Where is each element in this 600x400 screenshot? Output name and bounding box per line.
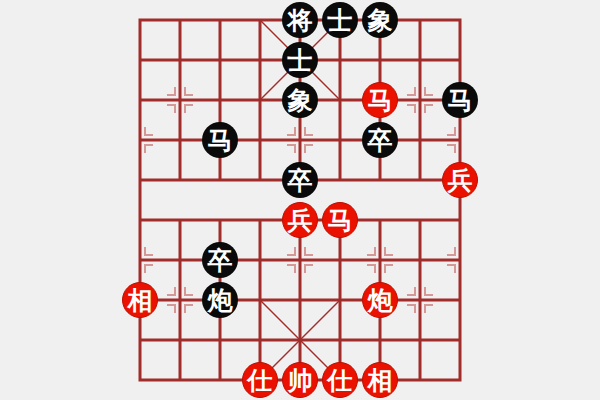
xiangqi-board: 将士象士象马马马卒卒兵兵马卒相炮炮仕帅仕相 <box>0 0 600 400</box>
piece-black-pawn[interactable]: 卒 <box>202 242 238 278</box>
piece-black-advisor[interactable]: 士 <box>322 2 358 38</box>
piece-red-horse[interactable]: 马 <box>322 202 358 238</box>
piece-red-pawn[interactable]: 兵 <box>282 202 318 238</box>
piece-black-horse[interactable]: 马 <box>442 82 478 118</box>
piece-grid: 将士象士象马马马卒卒兵兵马卒相炮炮仕帅仕相 <box>120 0 480 400</box>
piece-black-horse[interactable]: 马 <box>202 122 238 158</box>
piece-black-pawn[interactable]: 卒 <box>282 162 318 198</box>
piece-black-advisor[interactable]: 士 <box>282 42 318 78</box>
piece-black-general[interactable]: 将 <box>282 2 318 38</box>
piece-red-elephant[interactable]: 相 <box>362 362 398 398</box>
piece-black-cannon[interactable]: 炮 <box>202 282 238 318</box>
piece-red-cannon[interactable]: 炮 <box>362 282 398 318</box>
piece-red-pawn[interactable]: 兵 <box>442 162 478 198</box>
piece-red-elephant[interactable]: 相 <box>122 282 158 318</box>
piece-black-elephant[interactable]: 象 <box>282 82 318 118</box>
piece-red-horse[interactable]: 马 <box>362 82 398 118</box>
piece-red-advisor[interactable]: 仕 <box>242 362 278 398</box>
piece-black-pawn[interactable]: 卒 <box>362 122 398 158</box>
piece-red-advisor[interactable]: 仕 <box>322 362 358 398</box>
piece-red-general[interactable]: 帅 <box>282 362 318 398</box>
piece-black-elephant[interactable]: 象 <box>362 2 398 38</box>
